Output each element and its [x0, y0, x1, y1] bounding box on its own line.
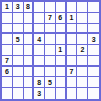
cell-r5c8[interactable]: 2 [77, 45, 88, 56]
cell-r9c7[interactable] [67, 88, 78, 99]
cell-r8c8[interactable] [77, 77, 88, 88]
cell-r1c9[interactable] [88, 2, 99, 13]
cell-r1c2[interactable]: 3 [13, 2, 24, 13]
cell-r5c9[interactable] [88, 45, 99, 56]
cell-r8c4[interactable]: 8 [34, 77, 45, 88]
cell-r4c6[interactable] [56, 34, 67, 45]
cell-r9c6[interactable] [56, 88, 67, 99]
cell-r6c2[interactable] [13, 56, 24, 67]
cell-r6c5[interactable] [45, 56, 56, 67]
cell-r4c5[interactable] [45, 34, 56, 45]
cell-r7c8[interactable] [77, 67, 88, 78]
cell-r3c3[interactable] [24, 24, 35, 35]
cell-r1c5[interactable] [45, 2, 56, 13]
cell-r2c4[interactable] [34, 13, 45, 24]
cell-r3c6[interactable] [56, 24, 67, 35]
cell-r7c1[interactable]: 6 [2, 67, 13, 78]
cell-r9c8[interactable] [77, 88, 88, 99]
cell-r7c2[interactable] [13, 67, 24, 78]
sudoku-board: 13876154312767853 [0, 0, 101, 101]
cell-r3c5[interactable] [45, 24, 56, 35]
cell-r4c1[interactable] [2, 34, 13, 45]
cell-r1c6[interactable] [56, 2, 67, 13]
cell-r3c8[interactable] [77, 24, 88, 35]
cell-r5c1[interactable] [2, 45, 13, 56]
cell-r4c2[interactable]: 5 [13, 34, 24, 45]
cell-r7c7[interactable]: 7 [67, 67, 78, 78]
cell-r5c4[interactable] [34, 45, 45, 56]
cell-r4c7[interactable] [67, 34, 78, 45]
cell-r5c6[interactable]: 1 [56, 45, 67, 56]
cell-r3c2[interactable] [13, 24, 24, 35]
cell-r1c8[interactable] [77, 2, 88, 13]
cell-r4c4[interactable]: 4 [34, 34, 45, 45]
cell-r8c9[interactable] [88, 77, 99, 88]
cell-r2c6[interactable]: 6 [56, 13, 67, 24]
cell-r7c4[interactable] [34, 67, 45, 78]
cell-r1c4[interactable] [34, 2, 45, 13]
cell-r2c8[interactable] [77, 13, 88, 24]
cell-r3c1[interactable] [2, 24, 13, 35]
cell-r8c7[interactable] [67, 77, 78, 88]
cell-r9c5[interactable] [45, 88, 56, 99]
cell-r6c7[interactable] [67, 56, 78, 67]
cell-r2c1[interactable] [2, 13, 13, 24]
cell-r6c9[interactable] [88, 56, 99, 67]
cell-r8c5[interactable]: 5 [45, 77, 56, 88]
cell-r7c9[interactable] [88, 67, 99, 78]
cell-r6c3[interactable] [24, 56, 35, 67]
cell-r4c3[interactable] [24, 34, 35, 45]
cell-r6c4[interactable] [34, 56, 45, 67]
cell-r7c3[interactable] [24, 67, 35, 78]
cell-r1c7[interactable] [67, 2, 78, 13]
cell-r9c3[interactable] [24, 88, 35, 99]
cell-r2c7[interactable]: 1 [67, 13, 78, 24]
cell-r3c4[interactable] [34, 24, 45, 35]
cell-r1c1[interactable]: 1 [2, 2, 13, 13]
cell-r8c6[interactable] [56, 77, 67, 88]
cell-r3c7[interactable] [67, 24, 78, 35]
cell-r8c3[interactable] [24, 77, 35, 88]
cell-r4c8[interactable] [77, 34, 88, 45]
cell-r6c1[interactable]: 7 [2, 56, 13, 67]
cell-r9c4[interactable]: 3 [34, 88, 45, 99]
cell-r9c1[interactable] [2, 88, 13, 99]
cell-r5c7[interactable] [67, 45, 78, 56]
cell-r7c6[interactable] [56, 67, 67, 78]
cell-r6c8[interactable] [77, 56, 88, 67]
cell-r1c3[interactable]: 8 [24, 2, 35, 13]
cell-r2c9[interactable] [88, 13, 99, 24]
cell-r4c9[interactable]: 3 [88, 34, 99, 45]
cell-r9c2[interactable] [13, 88, 24, 99]
cell-r5c3[interactable] [24, 45, 35, 56]
cell-r2c3[interactable] [24, 13, 35, 24]
cell-r6c6[interactable] [56, 56, 67, 67]
cell-r7c5[interactable] [45, 67, 56, 78]
cell-r9c9[interactable] [88, 88, 99, 99]
cell-r8c2[interactable] [13, 77, 24, 88]
cell-r2c5[interactable]: 7 [45, 13, 56, 24]
cell-r5c5[interactable] [45, 45, 56, 56]
cell-r2c2[interactable] [13, 13, 24, 24]
cell-r3c9[interactable] [88, 24, 99, 35]
cell-r5c2[interactable] [13, 45, 24, 56]
cell-r8c1[interactable] [2, 77, 13, 88]
